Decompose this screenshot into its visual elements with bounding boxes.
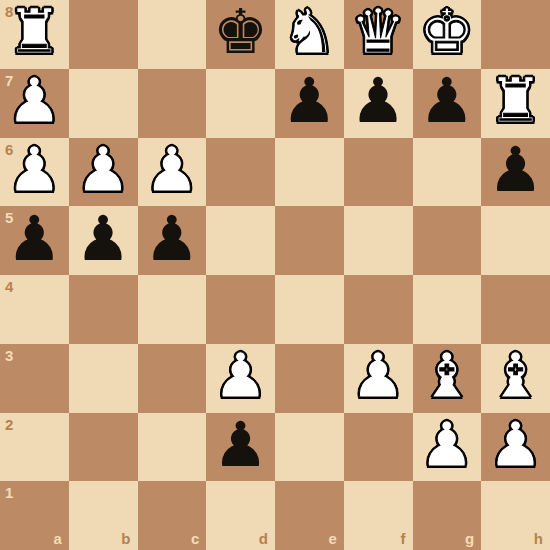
piece-white-pawn[interactable]: ♟ <box>350 342 406 410</box>
piece-white-queen[interactable]: ♛ <box>350 0 406 66</box>
rank-label-1: 1 <box>5 485 13 500</box>
square-g1[interactable]: g <box>413 481 482 550</box>
square-e6[interactable] <box>275 138 344 207</box>
file-label-b: b <box>121 531 130 546</box>
file-label-d: d <box>259 531 268 546</box>
square-d4[interactable] <box>206 275 275 344</box>
square-e3[interactable] <box>275 344 344 413</box>
square-g2[interactable]: ♟ <box>413 413 482 482</box>
square-b3[interactable] <box>69 344 138 413</box>
piece-black-pawn[interactable]: ♟ <box>488 136 544 204</box>
piece-black-pawn[interactable]: ♟ <box>144 205 200 273</box>
square-a4[interactable]: 4 <box>0 275 69 344</box>
square-f8[interactable]: ♛ <box>344 0 413 69</box>
chess-board: 8♜♚♞♛♚7♟♟♟♟♜6♟♟♟♟5♟♟♟43♟♟♝♝2♟♟♟1abcdefgh <box>0 0 550 550</box>
piece-black-pawn[interactable]: ♟ <box>7 205 63 273</box>
square-e5[interactable] <box>275 206 344 275</box>
square-c8[interactable] <box>138 0 207 69</box>
square-a7[interactable]: 7♟ <box>0 69 69 138</box>
square-f6[interactable] <box>344 138 413 207</box>
file-label-h: h <box>534 531 543 546</box>
rank-label-2: 2 <box>5 417 13 432</box>
square-c3[interactable] <box>138 344 207 413</box>
square-d7[interactable] <box>206 69 275 138</box>
square-f1[interactable]: f <box>344 481 413 550</box>
square-b8[interactable] <box>69 0 138 69</box>
square-c2[interactable] <box>138 413 207 482</box>
square-d3[interactable]: ♟ <box>206 344 275 413</box>
square-h4[interactable] <box>481 275 550 344</box>
square-b7[interactable] <box>69 69 138 138</box>
square-e2[interactable] <box>275 413 344 482</box>
square-a8[interactable]: 8♜ <box>0 0 69 69</box>
piece-white-pawn[interactable]: ♟ <box>7 136 63 204</box>
square-d2[interactable]: ♟ <box>206 413 275 482</box>
square-g8[interactable]: ♚ <box>413 0 482 69</box>
square-e8[interactable]: ♞ <box>275 0 344 69</box>
piece-white-bishop[interactable]: ♝ <box>419 342 475 410</box>
piece-white-knight[interactable]: ♞ <box>282 0 338 66</box>
square-b6[interactable]: ♟ <box>69 138 138 207</box>
square-b5[interactable]: ♟ <box>69 206 138 275</box>
square-e7[interactable]: ♟ <box>275 69 344 138</box>
piece-white-pawn[interactable]: ♟ <box>488 411 544 479</box>
square-a1[interactable]: 1a <box>0 481 69 550</box>
square-h3[interactable]: ♝ <box>481 344 550 413</box>
square-d1[interactable]: d <box>206 481 275 550</box>
piece-black-pawn[interactable]: ♟ <box>282 67 338 135</box>
piece-white-rook[interactable]: ♜ <box>7 0 63 66</box>
piece-black-pawn[interactable]: ♟ <box>350 67 406 135</box>
square-d5[interactable] <box>206 206 275 275</box>
square-h8[interactable] <box>481 0 550 69</box>
square-g5[interactable] <box>413 206 482 275</box>
square-h1[interactable]: h <box>481 481 550 550</box>
piece-black-pawn[interactable]: ♟ <box>419 67 475 135</box>
piece-white-pawn[interactable]: ♟ <box>419 411 475 479</box>
square-e1[interactable]: e <box>275 481 344 550</box>
square-e4[interactable] <box>275 275 344 344</box>
square-f2[interactable] <box>344 413 413 482</box>
square-c6[interactable]: ♟ <box>138 138 207 207</box>
square-d8[interactable]: ♚ <box>206 0 275 69</box>
piece-black-pawn[interactable]: ♟ <box>213 411 269 479</box>
square-f3[interactable]: ♟ <box>344 344 413 413</box>
piece-white-pawn[interactable]: ♟ <box>7 67 63 135</box>
square-b1[interactable]: b <box>69 481 138 550</box>
square-h6[interactable]: ♟ <box>481 138 550 207</box>
rank-label-3: 3 <box>5 348 13 363</box>
piece-white-king[interactable]: ♚ <box>419 0 475 66</box>
square-h5[interactable] <box>481 206 550 275</box>
square-a3[interactable]: 3 <box>0 344 69 413</box>
square-c4[interactable] <box>138 275 207 344</box>
file-label-e: e <box>328 531 336 546</box>
square-g7[interactable]: ♟ <box>413 69 482 138</box>
piece-white-pawn[interactable]: ♟ <box>213 342 269 410</box>
square-c5[interactable]: ♟ <box>138 206 207 275</box>
square-f7[interactable]: ♟ <box>344 69 413 138</box>
piece-white-pawn[interactable]: ♟ <box>75 136 131 204</box>
square-f4[interactable] <box>344 275 413 344</box>
square-d6[interactable] <box>206 138 275 207</box>
piece-black-pawn[interactable]: ♟ <box>75 205 131 273</box>
square-a2[interactable]: 2 <box>0 413 69 482</box>
square-f5[interactable] <box>344 206 413 275</box>
file-label-a: a <box>53 531 61 546</box>
square-g6[interactable] <box>413 138 482 207</box>
piece-white-bishop[interactable]: ♝ <box>488 342 544 410</box>
square-c7[interactable] <box>138 69 207 138</box>
square-g4[interactable] <box>413 275 482 344</box>
file-label-c: c <box>191 531 199 546</box>
piece-black-king[interactable]: ♚ <box>213 0 269 66</box>
square-h2[interactable]: ♟ <box>481 413 550 482</box>
square-b4[interactable] <box>69 275 138 344</box>
square-a6[interactable]: 6♟ <box>0 138 69 207</box>
square-h7[interactable]: ♜ <box>481 69 550 138</box>
piece-white-pawn[interactable]: ♟ <box>144 136 200 204</box>
square-a5[interactable]: 5♟ <box>0 206 69 275</box>
square-g3[interactable]: ♝ <box>413 344 482 413</box>
square-c1[interactable]: c <box>138 481 207 550</box>
rank-label-4: 4 <box>5 279 13 294</box>
square-b2[interactable] <box>69 413 138 482</box>
file-label-g: g <box>465 531 474 546</box>
file-label-f: f <box>401 531 406 546</box>
piece-white-rook[interactable]: ♜ <box>488 67 544 135</box>
